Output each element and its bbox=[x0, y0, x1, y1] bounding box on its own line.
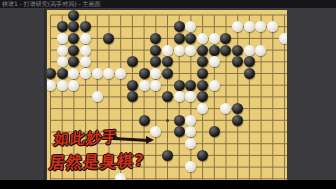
stone-black bbox=[150, 33, 161, 44]
stone-black bbox=[68, 10, 79, 21]
stone-white bbox=[92, 68, 103, 79]
stone-black bbox=[80, 21, 91, 32]
stone-white bbox=[209, 33, 220, 44]
stone-black bbox=[220, 45, 231, 56]
stone-white bbox=[185, 21, 196, 32]
stone-black bbox=[232, 103, 243, 114]
stone-white bbox=[185, 138, 196, 149]
video-frame: 棋谱1 - 打谱研究(高手对局) - 主画面 如此妙手 居然是臭棋? bbox=[0, 0, 336, 189]
stone-white bbox=[197, 33, 208, 44]
stone-black bbox=[232, 56, 243, 67]
stone-black bbox=[197, 56, 208, 67]
stone-white bbox=[57, 45, 68, 56]
stone-white bbox=[209, 56, 220, 67]
stone-white bbox=[57, 56, 68, 67]
stone-black bbox=[197, 80, 208, 91]
stone-white bbox=[255, 45, 266, 56]
stone-black bbox=[174, 80, 185, 91]
stone-black bbox=[174, 21, 185, 32]
stone-black bbox=[162, 150, 173, 161]
stone-black bbox=[174, 33, 185, 44]
stone-white bbox=[279, 33, 287, 44]
stone-black bbox=[209, 45, 220, 56]
stone-black bbox=[185, 80, 196, 91]
stone-white bbox=[185, 45, 196, 56]
stone-white bbox=[255, 21, 266, 32]
stone-black bbox=[127, 80, 138, 91]
stone-white bbox=[115, 173, 126, 180]
stone-white bbox=[244, 21, 255, 32]
stone-black bbox=[162, 56, 173, 67]
stone-black bbox=[197, 150, 208, 161]
stone-black bbox=[162, 68, 173, 79]
stone-black bbox=[209, 126, 220, 137]
stone-black bbox=[57, 68, 68, 79]
stone-black bbox=[139, 115, 150, 126]
stone-black bbox=[150, 56, 161, 67]
stone-black bbox=[68, 45, 79, 56]
stone-white bbox=[162, 45, 173, 56]
stone-white bbox=[209, 80, 220, 91]
stone-white bbox=[150, 80, 161, 91]
window-edge bbox=[44, 8, 46, 180]
stone-white bbox=[185, 115, 196, 126]
stone-white bbox=[185, 161, 196, 172]
stone-white bbox=[80, 68, 91, 79]
stone-black bbox=[244, 56, 255, 67]
stone-black bbox=[127, 56, 138, 67]
stone-white bbox=[68, 68, 79, 79]
stone-white bbox=[150, 68, 161, 79]
stone-white bbox=[220, 103, 231, 114]
stone-white bbox=[244, 45, 255, 56]
caption-line1: 如此妙手 bbox=[53, 128, 119, 149]
stone-black bbox=[57, 21, 68, 32]
stone-black bbox=[220, 33, 231, 44]
stone-white bbox=[68, 80, 79, 91]
stone-white bbox=[80, 56, 91, 67]
window-title: 棋谱1 - 打谱研究(高手对局) - 主画面 bbox=[2, 1, 100, 7]
stone-black bbox=[197, 45, 208, 56]
stone-white bbox=[139, 80, 150, 91]
stone-black bbox=[197, 91, 208, 102]
stone-black bbox=[232, 45, 243, 56]
app-window: 如此妙手 居然是臭棋? bbox=[0, 8, 336, 180]
stone-black bbox=[185, 33, 196, 44]
stone-black bbox=[197, 68, 208, 79]
title-bar: 棋谱1 - 打谱研究(高手对局) - 主画面 bbox=[0, 0, 336, 8]
arrow-head-icon bbox=[146, 136, 154, 144]
stone-black bbox=[174, 126, 185, 137]
stone-black bbox=[244, 68, 255, 79]
stone-black bbox=[232, 115, 243, 126]
stone-black bbox=[127, 91, 138, 102]
stone-white bbox=[232, 21, 243, 32]
stone-white bbox=[174, 91, 185, 102]
stone-white bbox=[115, 68, 126, 79]
stone-white bbox=[185, 126, 196, 137]
stone-black bbox=[103, 33, 114, 44]
stone-black bbox=[150, 45, 161, 56]
stone-black bbox=[162, 91, 173, 102]
stone-white bbox=[103, 68, 114, 79]
stone-black bbox=[68, 33, 79, 44]
stone-white bbox=[80, 45, 91, 56]
stone-white bbox=[197, 103, 208, 114]
stone-black bbox=[174, 115, 185, 126]
stone-white bbox=[267, 21, 278, 32]
stone-black bbox=[139, 68, 150, 79]
stone-white bbox=[47, 80, 56, 91]
stone-white bbox=[80, 33, 91, 44]
stone-black bbox=[68, 21, 79, 32]
stone-black bbox=[47, 68, 56, 79]
stone-white bbox=[174, 45, 185, 56]
stone-white bbox=[57, 33, 68, 44]
stone-black bbox=[68, 56, 79, 67]
stone-white bbox=[57, 80, 68, 91]
stone-white bbox=[185, 91, 196, 102]
stone-white bbox=[92, 91, 103, 102]
caption-line2: 居然是臭棋? bbox=[48, 151, 145, 174]
letterbox-bottom bbox=[0, 180, 336, 189]
